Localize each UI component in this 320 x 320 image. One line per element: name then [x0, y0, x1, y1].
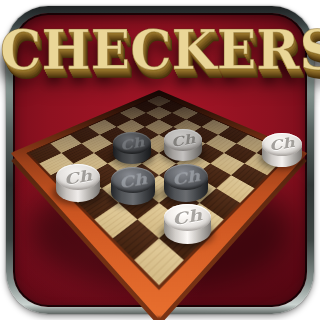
checkers-app-icon[interactable]: CHECKERS ChChChChChChCh — [0, 0, 320, 320]
app-title: CHECKERS — [0, 23, 320, 77]
